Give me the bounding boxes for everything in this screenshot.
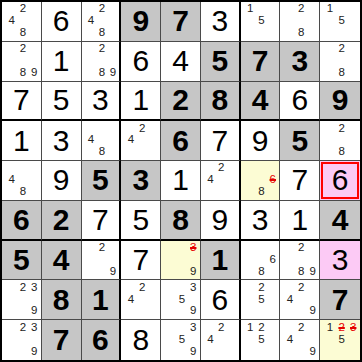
cell-r5c6[interactable]: 24 xyxy=(201,161,241,201)
cell-r4c1[interactable]: 1 xyxy=(2,121,42,161)
pencil-marks: 25 xyxy=(245,281,279,317)
candidate: 4 xyxy=(284,333,295,345)
cell-r4c9[interactable]: 28 xyxy=(320,121,360,161)
pencil-marks: 359 xyxy=(165,321,199,358)
candidate: 8 xyxy=(96,27,107,39)
candidate: 9 xyxy=(188,266,199,278)
solved-digit: 1 xyxy=(172,165,189,195)
candidate: 5 xyxy=(176,293,187,305)
candidate: 2 xyxy=(216,321,227,333)
cell-r7c2[interactable]: 4 xyxy=(42,241,82,281)
cell-r4c7[interactable]: 9 xyxy=(241,121,281,161)
cell-r1c4[interactable]: 9 xyxy=(121,2,161,42)
candidate: 2 xyxy=(96,43,107,55)
cell-r4c3[interactable]: 48 xyxy=(82,121,122,161)
cell-r4c2[interactable]: 3 xyxy=(42,121,82,161)
cell-r6c6[interactable]: 9 xyxy=(201,201,241,241)
cell-r5c3[interactable]: 5 xyxy=(82,161,122,201)
candidate: 3 xyxy=(29,281,40,293)
cell-r7c8[interactable]: 289 xyxy=(280,241,320,281)
pencil-marks: 248 xyxy=(86,3,119,39)
candidate: 8 xyxy=(296,27,307,39)
pencil-marks: 24 xyxy=(205,162,238,198)
given-digit: 6 xyxy=(172,126,189,156)
candidate: 2 xyxy=(137,122,148,134)
cell-r1c5[interactable]: 7 xyxy=(161,2,201,42)
given-digit: 3 xyxy=(132,165,149,195)
candidate: 4 xyxy=(86,134,97,146)
solved-digit: 4 xyxy=(172,46,189,76)
solved-digit: 7 xyxy=(13,85,30,115)
candidate: 8 xyxy=(17,186,28,198)
pencil-marks: 15 xyxy=(324,3,359,39)
candidate: 9 xyxy=(307,305,318,317)
solved-digit: 8 xyxy=(132,325,149,355)
solved-digit: 5 xyxy=(132,205,149,235)
cell-r8c3[interactable]: 1 xyxy=(82,280,122,320)
cell-r4c4[interactable]: 24 xyxy=(121,121,161,161)
solved-digit: 1 xyxy=(53,46,70,76)
candidate: 1 xyxy=(245,3,256,15)
cell-r1c6[interactable]: 3 xyxy=(201,2,241,42)
candidate: 8 xyxy=(17,27,28,39)
given-digit: 7 xyxy=(332,285,349,315)
solved-digit: 6 xyxy=(132,46,149,76)
pencil-marks: 249 xyxy=(284,321,318,358)
candidate: 2 xyxy=(96,242,107,254)
cell-r5c2[interactable]: 9 xyxy=(42,161,82,201)
candidate: 3 xyxy=(188,281,199,293)
candidate: 2 xyxy=(137,281,148,293)
candidate: 2 xyxy=(296,242,307,254)
pencil-marks: 28 xyxy=(324,43,359,79)
candidate: 9 xyxy=(188,346,199,358)
cell-r6c4[interactable]: 5 xyxy=(121,201,161,241)
cell-r6c7[interactable]: 3 xyxy=(241,201,281,241)
candidate: 4 xyxy=(205,333,216,345)
cell-r1c2[interactable]: 6 xyxy=(42,2,82,42)
pencil-marks: 48 xyxy=(86,122,119,158)
solved-digit: 6 xyxy=(53,6,70,36)
solved-digit: 7 xyxy=(211,126,228,156)
given-digit: 6 xyxy=(92,325,109,355)
given-digit: 7 xyxy=(252,46,269,76)
cell-r7c6[interactable]: 1 xyxy=(201,241,241,281)
solved-digit: 6 xyxy=(211,285,228,315)
cell-r7c9[interactable]: 3 xyxy=(320,241,360,281)
candidate: 4 xyxy=(86,15,97,27)
candidate: 2 xyxy=(296,3,307,15)
candidate: 4 xyxy=(205,174,216,186)
candidate: 1 xyxy=(245,321,256,333)
candidate: 5 xyxy=(256,293,267,305)
candidate: 2 xyxy=(296,281,307,293)
cell-r6c5[interactable]: 8 xyxy=(161,201,201,241)
cell-r9c7[interactable]: 125 xyxy=(241,320,281,360)
given-digit: 2 xyxy=(172,85,189,115)
pencil-marks: 24 xyxy=(125,281,159,317)
solved-digit: 7 xyxy=(291,165,308,195)
pencil-marks: 29 xyxy=(86,242,119,278)
candidate: 2 xyxy=(96,3,107,15)
pencil-marks: 249 xyxy=(284,281,318,317)
cell-r7c5[interactable]: 39 xyxy=(161,241,201,281)
cell-r9c2[interactable]: 7 xyxy=(42,320,82,360)
cell-r3c1[interactable]: 7 xyxy=(2,82,42,122)
candidate: 2 xyxy=(17,3,28,15)
candidate: 9 xyxy=(29,346,40,358)
pencil-marks: 28 xyxy=(284,3,318,39)
pencil-marks: 359 xyxy=(165,281,199,317)
cell-r4c8[interactable]: 5 xyxy=(280,121,320,161)
candidate: 8 xyxy=(96,146,107,158)
cell-r5c5[interactable]: 1 xyxy=(161,161,201,201)
candidate: 2 xyxy=(336,122,348,134)
candidate: 4 xyxy=(125,293,136,305)
candidate: 5 xyxy=(256,333,267,345)
candidate: 9 xyxy=(107,266,118,278)
cell-r6c1[interactable]: 6 xyxy=(2,201,42,241)
candidate: 1 xyxy=(324,3,336,15)
candidate: 4 xyxy=(284,293,295,305)
candidate: 8 xyxy=(256,266,267,278)
candidate: 8 xyxy=(336,67,348,79)
cell-r2c2[interactable]: 1 xyxy=(42,42,82,82)
cell-r8c4[interactable]: 24 xyxy=(121,280,161,320)
pencil-marks: 39 xyxy=(165,242,199,278)
solved-digit: 5 xyxy=(53,85,70,115)
pencil-marks: 24 xyxy=(205,321,238,358)
eliminated-candidate: 6 xyxy=(267,174,278,186)
eliminated-candidate: 2 xyxy=(336,321,348,333)
solved-digit: 1 xyxy=(132,85,149,115)
cell-r7c4[interactable]: 7 xyxy=(121,241,161,281)
solved-digit: 3 xyxy=(211,6,228,36)
pencil-marks: 15 xyxy=(245,3,279,39)
cell-r6c8[interactable]: 1 xyxy=(280,201,320,241)
candidate: 4 xyxy=(125,134,136,146)
candidate: 5 xyxy=(176,333,187,345)
cell-r9c6[interactable]: 24 xyxy=(201,320,241,360)
cell-r3c6[interactable]: 8 xyxy=(201,82,241,122)
candidate: 2 xyxy=(296,321,307,333)
pencil-marks: 68 xyxy=(245,162,279,198)
candidate: 8 xyxy=(296,266,307,278)
solved-digit: 1 xyxy=(291,205,308,235)
cell-r1c1[interactable]: 248 xyxy=(2,2,42,42)
candidate: 9 xyxy=(307,266,318,278)
given-digit: 5 xyxy=(92,165,109,195)
solved-digit: 3 xyxy=(332,245,349,275)
given-digit: 5 xyxy=(291,126,308,156)
candidate: 9 xyxy=(29,67,40,79)
cell-r2c3[interactable]: 289 xyxy=(82,42,122,82)
candidate: 8 xyxy=(256,186,267,198)
given-digit: 8 xyxy=(211,85,228,115)
cell-r3c5[interactable]: 2 xyxy=(161,82,201,122)
pencil-marks: 289 xyxy=(86,43,119,79)
given-digit: 6 xyxy=(13,205,30,235)
cell-r6c9[interactable]: 4 xyxy=(320,201,360,241)
given-digit: 1 xyxy=(211,245,228,275)
given-digit: 8 xyxy=(53,285,70,315)
candidate: 2 xyxy=(17,43,28,55)
candidate: 5 xyxy=(336,15,348,27)
candidate: 6 xyxy=(267,254,278,266)
cell-r2c6[interactable]: 5 xyxy=(201,42,241,82)
cell-r4c6[interactable]: 7 xyxy=(201,121,241,161)
candidate: 3 xyxy=(188,321,199,333)
cell-r1c3[interactable]: 248 xyxy=(82,2,122,42)
cell-r2c8[interactable]: 3 xyxy=(280,42,320,82)
given-digit: 3 xyxy=(291,46,308,76)
cell-r9c5[interactable]: 359 xyxy=(161,320,201,360)
candidate: 3 xyxy=(29,321,40,333)
cell-r7c7[interactable]: 68 xyxy=(241,241,281,281)
cell-r3c2[interactable]: 5 xyxy=(42,82,82,122)
given-digit: 5 xyxy=(211,46,228,76)
given-digit: 2 xyxy=(53,205,70,235)
candidate: 8 xyxy=(96,67,107,79)
cell-r7c3[interactable]: 29 xyxy=(82,241,122,281)
candidate: 9 xyxy=(188,305,199,317)
cell-r8c1[interactable]: 239 xyxy=(2,280,42,320)
pencil-marks: 239 xyxy=(6,281,40,317)
cell-r9c8[interactable]: 249 xyxy=(280,320,320,360)
cell-r2c1[interactable]: 289 xyxy=(2,42,42,82)
candidate: 1 xyxy=(324,321,336,333)
candidate: 8 xyxy=(336,146,348,158)
cell-r5c1[interactable]: 48 xyxy=(2,161,42,201)
given-digit: 5 xyxy=(13,245,30,275)
pencil-marks: 239 xyxy=(6,321,40,358)
solved-digit: 9 xyxy=(211,205,228,235)
pencil-marks: 248 xyxy=(6,3,40,39)
given-digit: 7 xyxy=(53,325,70,355)
solved-digit: 3 xyxy=(53,126,70,156)
solved-digit: 6 xyxy=(291,85,308,115)
cell-r3c9[interactable]: 9 xyxy=(320,82,360,122)
candidate: 2 xyxy=(336,43,348,55)
cell-r8c5[interactable]: 359 xyxy=(161,280,201,320)
candidate: 9 xyxy=(29,305,40,317)
pencil-marks: 24 xyxy=(125,122,159,158)
candidate: 2 xyxy=(17,281,28,293)
solved-digit: 7 xyxy=(92,205,109,235)
pencil-marks: 125 xyxy=(245,321,279,358)
cell-r6c3[interactable]: 7 xyxy=(82,201,122,241)
cell-r4c5[interactable]: 6 xyxy=(161,121,201,161)
cell-r3c4[interactable]: 1 xyxy=(121,82,161,122)
candidate: 2 xyxy=(17,321,28,333)
cell-r9c3[interactable]: 6 xyxy=(82,320,122,360)
cell-r2c9[interactable]: 28 xyxy=(320,42,360,82)
candidate: 9 xyxy=(307,346,318,358)
solved-digit: 9 xyxy=(252,126,269,156)
candidate: 2 xyxy=(256,281,267,293)
cell-r8c2[interactable]: 8 xyxy=(42,280,82,320)
solved-digit: 9 xyxy=(53,165,70,195)
given-digit: 9 xyxy=(332,85,349,115)
pencil-marks: 289 xyxy=(6,43,40,79)
candidate: 5 xyxy=(336,333,348,345)
solved-digit: 3 xyxy=(92,85,109,115)
cell-r1c9[interactable]: 15 xyxy=(320,2,360,42)
eliminated-candidate: 3 xyxy=(347,321,359,333)
candidate: 5 xyxy=(256,15,267,27)
candidate: 8 xyxy=(17,67,28,79)
solved-digit: 1 xyxy=(13,126,30,156)
sudoku-board: 2486248973152815289128964573287531284691… xyxy=(0,0,362,362)
eliminated-candidate: 3 xyxy=(188,242,199,254)
cell-r2c5[interactable]: 4 xyxy=(161,42,201,82)
cell-r8c7[interactable]: 25 xyxy=(241,280,281,320)
cell-r3c8[interactable]: 6 xyxy=(280,82,320,122)
pencil-marks: 289 xyxy=(284,242,318,278)
candidate: 2 xyxy=(216,162,227,174)
cell-r3c7[interactable]: 4 xyxy=(241,82,281,122)
candidate: 4 xyxy=(6,15,17,27)
pencil-marks: 28 xyxy=(324,122,359,158)
cell-r8c6[interactable]: 6 xyxy=(201,280,241,320)
solved-digit: 6 xyxy=(332,165,349,195)
candidate: 2 xyxy=(256,321,267,333)
pencil-marks: 68 xyxy=(245,242,279,278)
cell-r2c7[interactable]: 7 xyxy=(241,42,281,82)
cell-r8c8[interactable]: 249 xyxy=(280,280,320,320)
candidate: 9 xyxy=(107,67,118,79)
cell-r7c1[interactable]: 5 xyxy=(2,241,42,281)
cell-r5c4[interactable]: 3 xyxy=(121,161,161,201)
given-digit: 4 xyxy=(53,245,70,275)
cell-r9c9[interactable]: 1235 xyxy=(320,320,360,360)
given-digit: 9 xyxy=(132,6,149,36)
pencil-marks: 48 xyxy=(6,162,40,198)
cell-r5c8[interactable]: 7 xyxy=(280,161,320,201)
cell-r9c1[interactable]: 239 xyxy=(2,320,42,360)
given-digit: 1 xyxy=(92,285,109,315)
pencil-marks: 1235 xyxy=(324,321,359,358)
cell-r3c3[interactable]: 3 xyxy=(82,82,122,122)
solved-digit: 7 xyxy=(132,245,149,275)
given-digit: 4 xyxy=(332,205,349,235)
cell-r1c7[interactable]: 15 xyxy=(241,2,281,42)
cell-r9c4[interactable]: 8 xyxy=(121,320,161,360)
cell-r5c7[interactable]: 68 xyxy=(241,161,281,201)
cell-r5c9[interactable]: 6 xyxy=(320,161,360,201)
solved-digit: 3 xyxy=(252,205,269,235)
given-digit: 8 xyxy=(172,205,189,235)
cell-r2c4[interactable]: 6 xyxy=(121,42,161,82)
given-digit: 7 xyxy=(172,6,189,36)
given-digit: 4 xyxy=(252,85,269,115)
cell-r1c8[interactable]: 28 xyxy=(280,2,320,42)
cell-r8c9[interactable]: 7 xyxy=(320,280,360,320)
cell-r6c2[interactable]: 2 xyxy=(42,201,82,241)
candidate: 4 xyxy=(6,174,17,186)
